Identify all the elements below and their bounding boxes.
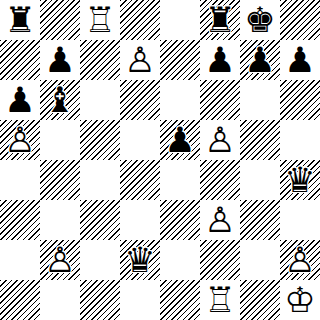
square-a2[interactable] (0, 240, 40, 280)
square-h1[interactable]: ♚♔ (280, 280, 320, 320)
black-queen-piece: ♛ (280, 160, 320, 200)
square-b5[interactable] (40, 120, 80, 160)
white-king-piece: ♚♔ (280, 280, 320, 320)
square-a5[interactable]: ♟♙ (0, 120, 40, 160)
white-pawn-piece: ♟♙ (280, 240, 320, 280)
square-f5[interactable]: ♟♙ (200, 120, 240, 160)
white-pawn-piece: ♟♙ (0, 120, 40, 160)
black-pawn-piece: ♟ (40, 40, 80, 80)
square-a8[interactable]: ♜ (0, 0, 40, 40)
square-h2[interactable]: ♟♙ (280, 240, 320, 280)
square-f8[interactable]: ♜ (200, 0, 240, 40)
white-pawn-piece: ♟♙ (200, 200, 240, 240)
square-b1[interactable] (40, 280, 80, 320)
square-d1[interactable] (120, 280, 160, 320)
square-a1[interactable] (0, 280, 40, 320)
square-f6[interactable] (200, 80, 240, 120)
white-piece-outline-layer: ♙ (40, 240, 80, 280)
square-a4[interactable] (0, 160, 40, 200)
square-g7[interactable]: ♟ (240, 40, 280, 80)
square-e7[interactable] (160, 40, 200, 80)
black-queen-piece: ♛ (120, 240, 160, 280)
square-b7[interactable]: ♟ (40, 40, 80, 80)
black-pawn-piece: ♟ (200, 40, 240, 80)
white-piece-outline-layer: ♖ (80, 0, 120, 40)
square-e8[interactable] (160, 0, 200, 40)
black-pawn-piece: ♟ (240, 40, 280, 80)
square-f7[interactable]: ♟ (200, 40, 240, 80)
square-c6[interactable] (80, 80, 120, 120)
square-c7[interactable] (80, 40, 120, 80)
square-g1[interactable] (240, 280, 280, 320)
square-e6[interactable] (160, 80, 200, 120)
square-g6[interactable] (240, 80, 280, 120)
white-pawn-piece: ♟♙ (40, 240, 80, 280)
square-b4[interactable] (40, 160, 80, 200)
white-piece-outline-layer: ♙ (200, 200, 240, 240)
square-a6[interactable]: ♟ (0, 80, 40, 120)
white-pawn-piece: ♟♙ (200, 120, 240, 160)
square-e3[interactable] (160, 200, 200, 240)
white-rook-piece: ♜♖ (200, 280, 240, 320)
square-b8[interactable] (40, 0, 80, 40)
chess-board: ♜♜♖♜♚♟♟♙♟♟♟♟♝♟♙♟♟♙♛♟♙♟♙♛♟♙♜♖♚♔ (0, 0, 320, 320)
square-d8[interactable] (120, 0, 160, 40)
square-g2[interactable] (240, 240, 280, 280)
white-piece-outline-layer: ♙ (120, 40, 160, 80)
square-c4[interactable] (80, 160, 120, 200)
white-piece-outline-layer: ♙ (0, 120, 40, 160)
square-d6[interactable] (120, 80, 160, 120)
square-e5[interactable]: ♟ (160, 120, 200, 160)
white-piece-outline-layer: ♙ (280, 240, 320, 280)
square-h4[interactable]: ♛ (280, 160, 320, 200)
square-h7[interactable]: ♟ (280, 40, 320, 80)
black-king-piece: ♚ (240, 0, 280, 40)
square-d5[interactable] (120, 120, 160, 160)
square-g8[interactable]: ♚ (240, 0, 280, 40)
square-f4[interactable] (200, 160, 240, 200)
white-piece-outline-layer: ♖ (200, 280, 240, 320)
square-c8[interactable]: ♜♖ (80, 0, 120, 40)
square-b2[interactable]: ♟♙ (40, 240, 80, 280)
square-h8[interactable] (280, 0, 320, 40)
square-c3[interactable] (80, 200, 120, 240)
square-a3[interactable] (0, 200, 40, 240)
square-h3[interactable] (280, 200, 320, 240)
white-rook-piece: ♜♖ (80, 0, 120, 40)
black-pawn-piece: ♟ (160, 120, 200, 160)
square-g3[interactable] (240, 200, 280, 240)
white-piece-outline-layer: ♔ (280, 280, 320, 320)
square-c1[interactable] (80, 280, 120, 320)
square-d2[interactable]: ♛ (120, 240, 160, 280)
square-b3[interactable] (40, 200, 80, 240)
square-f2[interactable] (200, 240, 240, 280)
square-e4[interactable] (160, 160, 200, 200)
square-d3[interactable] (120, 200, 160, 240)
black-rook-piece: ♜ (200, 0, 240, 40)
square-e2[interactable] (160, 240, 200, 280)
black-pawn-piece: ♟ (280, 40, 320, 80)
square-g5[interactable] (240, 120, 280, 160)
square-g4[interactable] (240, 160, 280, 200)
square-h5[interactable] (280, 120, 320, 160)
black-pawn-piece: ♟ (0, 80, 40, 120)
white-piece-outline-layer: ♙ (200, 120, 240, 160)
square-d7[interactable]: ♟♙ (120, 40, 160, 80)
black-rook-piece: ♜ (0, 0, 40, 40)
white-pawn-piece: ♟♙ (120, 40, 160, 80)
square-e1[interactable] (160, 280, 200, 320)
square-c2[interactable] (80, 240, 120, 280)
square-d4[interactable] (120, 160, 160, 200)
square-f1[interactable]: ♜♖ (200, 280, 240, 320)
square-a7[interactable] (0, 40, 40, 80)
square-f3[interactable]: ♟♙ (200, 200, 240, 240)
black-bishop-piece: ♝ (40, 80, 80, 120)
square-b6[interactable]: ♝ (40, 80, 80, 120)
square-c5[interactable] (80, 120, 120, 160)
square-h6[interactable] (280, 80, 320, 120)
